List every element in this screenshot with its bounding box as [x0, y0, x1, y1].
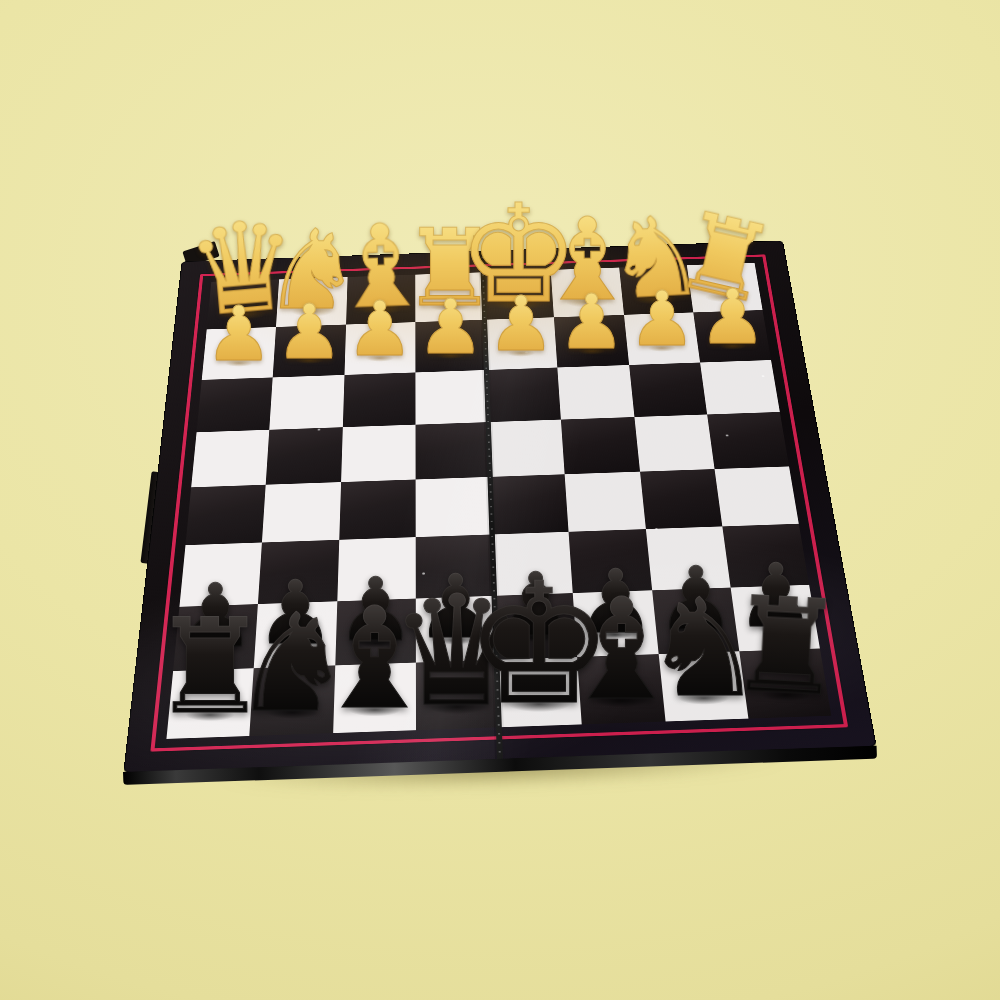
piece-yellow-pawn-b7[interactable]: ♟ — [276, 294, 344, 369]
piece-black-rook-h1[interactable]: ♜ — [724, 579, 848, 716]
piece-yellow-pawn-a7[interactable]: ♟ — [205, 297, 273, 372]
piece-yellow-pawn-c7[interactable]: ♟ — [346, 292, 414, 367]
chessboard-photo: ♛♞♝♜♚♝♞♜♟♟♟♟♟♟♟♟♟♟♟♟♟♟♟♟♜♞♝♛♚♝♞♜ — [0, 0, 1000, 1000]
piece-yellow-pawn-f7[interactable]: ♟ — [558, 284, 626, 359]
piece-yellow-pawn-d7[interactable]: ♟ — [417, 289, 485, 364]
piece-yellow-pawn-g7[interactable]: ♟ — [628, 282, 696, 357]
pieces-layer: ♛♞♝♜♚♝♞♜♟♟♟♟♟♟♟♟♟♟♟♟♟♟♟♟♜♞♝♛♚♝♞♜ — [0, 0, 1000, 1000]
piece-yellow-pawn-h7[interactable]: ♟ — [699, 279, 767, 354]
piece-yellow-pawn-e7[interactable]: ♟ — [487, 287, 555, 362]
